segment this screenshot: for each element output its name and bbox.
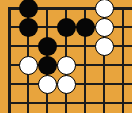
intersection[interactable]	[19, 94, 38, 113]
intersection[interactable]	[19, 56, 38, 75]
intersection[interactable]	[114, 75, 133, 94]
intersection[interactable]	[0, 0, 19, 18]
white-stone	[38, 75, 57, 94]
intersection[interactable]	[114, 18, 133, 37]
black-stone	[57, 18, 76, 37]
intersection[interactable]	[95, 18, 114, 37]
intersection[interactable]	[38, 94, 57, 113]
go-board-grid[interactable]	[0, 0, 132, 113]
intersection[interactable]	[95, 75, 114, 94]
intersection[interactable]	[38, 18, 57, 37]
white-stone	[19, 56, 38, 75]
intersection[interactable]	[19, 18, 38, 37]
white-stone	[57, 56, 76, 75]
black-stone	[38, 37, 57, 56]
black-stone	[38, 56, 57, 75]
intersection[interactable]	[57, 56, 76, 75]
intersection[interactable]	[76, 75, 95, 94]
white-stone	[95, 0, 114, 18]
intersection[interactable]	[95, 94, 114, 113]
intersection[interactable]	[76, 18, 95, 37]
intersection[interactable]	[76, 94, 95, 113]
black-stone	[19, 0, 38, 18]
intersection[interactable]	[57, 94, 76, 113]
white-stone	[57, 75, 76, 94]
intersection[interactable]	[57, 37, 76, 56]
white-stone	[95, 18, 114, 37]
intersection[interactable]	[19, 37, 38, 56]
intersection[interactable]	[114, 56, 133, 75]
intersection[interactable]	[95, 37, 114, 56]
intersection[interactable]	[38, 56, 57, 75]
intersection[interactable]	[114, 94, 133, 113]
intersection[interactable]	[95, 56, 114, 75]
intersection[interactable]	[95, 0, 114, 18]
intersection[interactable]	[38, 37, 57, 56]
intersection[interactable]	[57, 18, 76, 37]
intersection[interactable]	[114, 37, 133, 56]
intersection[interactable]	[19, 0, 38, 18]
intersection[interactable]	[38, 75, 57, 94]
intersection[interactable]	[0, 56, 19, 75]
intersection[interactable]	[57, 75, 76, 94]
white-stone	[95, 37, 114, 56]
intersection[interactable]	[0, 94, 19, 113]
intersection[interactable]	[76, 0, 95, 18]
intersection[interactable]	[76, 37, 95, 56]
intersection[interactable]	[0, 37, 19, 56]
intersection[interactable]	[0, 75, 19, 94]
intersection[interactable]	[19, 75, 38, 94]
black-stone	[76, 18, 95, 37]
intersection[interactable]	[76, 56, 95, 75]
black-stone	[19, 18, 38, 37]
intersection[interactable]	[38, 0, 57, 18]
intersection[interactable]	[0, 18, 19, 37]
intersection[interactable]	[114, 0, 133, 18]
go-corner-diagram	[0, 0, 132, 113]
intersection[interactable]	[57, 0, 76, 18]
